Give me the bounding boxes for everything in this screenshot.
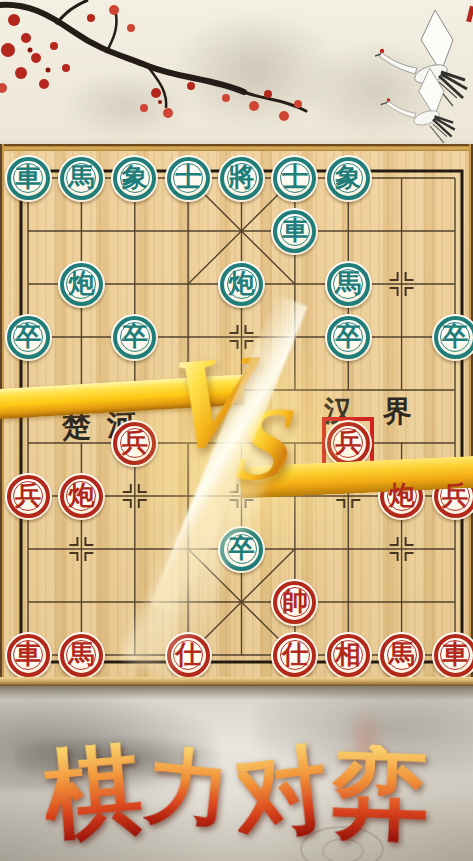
- xiangqi-piece-black[interactable]: 卒: [218, 526, 265, 573]
- title-char: 对: [229, 741, 334, 846]
- xiangqi-board[interactable]: 楚河 汉界 車馬象士將士象車炮炮馬卒卒卒卒兵兵兵炮炮兵卒帥車馬仕仕相馬車: [0, 144, 473, 686]
- xiangqi-piece-red[interactable]: 兵: [111, 420, 158, 467]
- xiangqi-piece-red[interactable]: 兵: [432, 473, 473, 520]
- xiangqi-piece-black[interactable]: 士: [271, 155, 318, 202]
- xiangqi-piece-black[interactable]: 炮: [218, 261, 265, 308]
- xiangqi-piece-red[interactable]: 相: [325, 632, 372, 679]
- xiangqi-piece-black[interactable]: 車: [271, 208, 318, 255]
- match-intro-screen: 楚河 汉界 車馬象士將士象車炮炮馬卒卒卒卒兵兵兵炮炮兵卒帥車馬仕仕相馬車 棋 力…: [0, 0, 473, 861]
- xiangqi-piece-red[interactable]: 仕: [271, 632, 318, 679]
- xiangqi-piece-red[interactable]: 兵: [325, 420, 372, 467]
- xiangqi-piece-red[interactable]: 帥: [271, 579, 318, 626]
- pieces-layer: 車馬象士將士象車炮炮馬卒卒卒卒兵兵兵炮炮兵卒帥車馬仕仕相馬車: [0, 144, 473, 686]
- xiangqi-piece-black[interactable]: 馬: [325, 261, 372, 308]
- xiangqi-piece-black[interactable]: 卒: [111, 314, 158, 361]
- xiangqi-piece-black[interactable]: 卒: [432, 314, 473, 361]
- xiangqi-piece-black[interactable]: 象: [111, 155, 158, 202]
- xiangqi-piece-black[interactable]: 卒: [5, 314, 52, 361]
- title-char: 力: [142, 743, 234, 835]
- xiangqi-piece-black[interactable]: 炮: [58, 261, 105, 308]
- xiangqi-piece-red[interactable]: 車: [432, 632, 473, 679]
- plum-blossom-art: [0, 0, 311, 148]
- xiangqi-piece-red[interactable]: 馬: [378, 632, 425, 679]
- xiangqi-piece-red[interactable]: 仕: [165, 632, 212, 679]
- xiangqi-piece-black[interactable]: 卒: [325, 314, 372, 361]
- xiangqi-piece-black[interactable]: 將: [218, 155, 265, 202]
- board-edge-bottom: [0, 677, 473, 686]
- xiangqi-piece-red[interactable]: 炮: [58, 473, 105, 520]
- xiangqi-piece-red[interactable]: 車: [5, 632, 52, 679]
- xiangqi-piece-black[interactable]: 車: [5, 155, 52, 202]
- title-char: 棋: [40, 740, 146, 846]
- title-char: 弈: [330, 743, 430, 843]
- xiangqi-piece-black[interactable]: 馬: [58, 155, 105, 202]
- xiangqi-piece-red[interactable]: 馬: [58, 632, 105, 679]
- cranes-art: [375, 10, 473, 145]
- app-title: 棋 力 对 弈: [0, 744, 473, 842]
- xiangqi-piece-red[interactable]: 兵: [5, 473, 52, 520]
- xiangqi-piece-black[interactable]: 士: [165, 155, 212, 202]
- xiangqi-piece-red[interactable]: 炮: [378, 473, 425, 520]
- xiangqi-piece-black[interactable]: 象: [325, 155, 372, 202]
- top-decor-band: [0, 0, 473, 147]
